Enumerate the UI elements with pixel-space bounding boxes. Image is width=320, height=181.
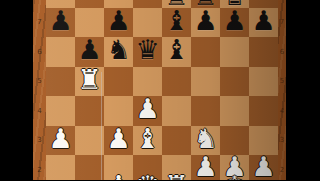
square-h6[interactable] [249,37,278,67]
black-pawn-b6[interactable]: ♟ [75,35,104,65]
black-pawn-c7[interactable]: ♟ [104,6,133,36]
white-bishop-d3[interactable]: ♝ [133,124,162,154]
white-pawn-f2[interactable]: ♟ [191,152,220,180]
letterbox-right [286,0,320,180]
square-e5[interactable] [162,67,191,97]
square-h5[interactable] [249,67,278,97]
square-a2[interactable] [46,155,75,180]
white-pawn-d4[interactable]: ♟ [133,94,162,124]
square-c5[interactable] [104,67,133,97]
square-b3[interactable] [75,126,104,156]
square-d5[interactable] [133,67,162,97]
black-bishop-e6[interactable]: ♝ [162,35,191,65]
square-f5[interactable] [191,67,220,97]
white-queen-d1[interactable]: ♛ [133,171,162,181]
black-pawn-h7[interactable]: ♟ [249,6,278,36]
black-knight-c6[interactable]: ♞ [104,35,133,65]
white-pawn-h2[interactable]: ♟ [249,152,278,180]
square-a4[interactable] [46,96,75,126]
square-g6[interactable] [220,37,249,67]
square-d8[interactable] [133,0,162,8]
square-b8[interactable] [75,0,104,8]
white-pawn-c3[interactable]: ♟ [104,124,133,154]
square-h4[interactable] [249,96,278,126]
square-a6[interactable] [46,37,75,67]
chess-board: ♜♜♚♟♟♝♟♟♟♟♞♛♝♜♟♟♟♝♞♟♟♟♝♛♜♚ [46,0,278,180]
square-a5[interactable] [46,67,75,97]
square-f6[interactable] [191,37,220,67]
black-pawn-a7[interactable]: ♟ [46,6,75,36]
square-c4[interactable] [104,96,133,126]
square-e4[interactable] [162,96,191,126]
white-pawn-a3[interactable]: ♟ [46,124,75,154]
white-knight-f3[interactable]: ♞ [191,124,220,154]
white-bishop-c1[interactable]: ♝ [104,171,133,181]
black-bishop-e7[interactable]: ♝ [162,6,191,36]
square-e3[interactable] [162,126,191,156]
square-b7[interactable] [75,8,104,38]
square-b2[interactable] [75,155,104,180]
white-king-g1[interactable]: ♚ [220,171,249,181]
square-d7[interactable] [133,8,162,38]
black-pawn-g7[interactable]: ♟ [220,6,249,36]
chess-video-frame: ♜♜♚♟♟♝♟♟♟♟♞♛♝♜♟♟♟♝♞♟♟♟♝♛♜♚ 776655443322 [0,0,320,180]
square-f4[interactable] [191,96,220,126]
black-pawn-f7[interactable]: ♟ [191,6,220,36]
square-g5[interactable] [220,67,249,97]
square-g4[interactable] [220,96,249,126]
square-b4[interactable] [75,96,104,126]
black-queen-d6[interactable]: ♛ [133,35,162,65]
letterbox-left [0,0,33,180]
white-rook-b5[interactable]: ♜ [75,65,104,95]
white-rook-e1[interactable]: ♜ [162,171,191,181]
